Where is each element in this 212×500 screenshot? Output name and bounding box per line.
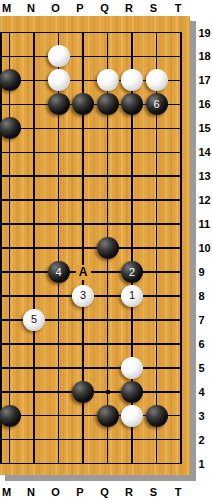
grid-line-horizontal-18 <box>0 56 182 58</box>
stone-white-R8[interactable]: 1 <box>121 285 143 307</box>
column-label-top-S: S <box>150 1 157 15</box>
stone-black-M15[interactable] <box>0 117 21 139</box>
stone-black-M3[interactable] <box>0 405 21 427</box>
row-label-10: 10 <box>199 241 211 255</box>
stone-white-N7[interactable]: 5 <box>23 309 45 331</box>
stone-black-O9[interactable]: 4 <box>48 261 70 283</box>
row-label-16: 16 <box>199 97 211 111</box>
stone-white-R5[interactable] <box>121 357 143 379</box>
column-label-bottom-R: R <box>125 485 133 499</box>
column-label-top-M: M <box>2 1 11 15</box>
grid-line-horizontal-9 <box>0 271 182 273</box>
grid-line-horizontal-19 <box>0 32 182 34</box>
row-label-19: 19 <box>199 26 211 40</box>
move-number-2: 2 <box>129 267 135 278</box>
grid-line-horizontal-13 <box>0 175 182 177</box>
column-label-bottom-Q: Q <box>100 485 109 499</box>
row-label-5: 5 <box>199 361 205 375</box>
stone-white-P8[interactable]: 3 <box>72 285 94 307</box>
row-label-13: 13 <box>199 169 211 183</box>
grid-line-horizontal-14 <box>0 152 182 154</box>
stone-white-Q17[interactable] <box>97 69 119 91</box>
move-number-4: 4 <box>55 267 61 278</box>
row-label-14: 14 <box>199 145 211 159</box>
stone-black-Q10[interactable] <box>97 237 119 259</box>
row-label-11: 11 <box>199 217 211 231</box>
column-label-top-N: N <box>27 1 35 15</box>
column-label-bottom-N: N <box>27 485 35 499</box>
column-label-top-P: P <box>76 1 83 15</box>
row-label-7: 7 <box>199 313 205 327</box>
grid-line-horizontal-6 <box>0 343 182 345</box>
move-number-3: 3 <box>80 290 86 301</box>
row-label-4: 4 <box>199 385 205 399</box>
move-number-5: 5 <box>31 314 37 325</box>
grid-line-horizontal-10 <box>0 247 182 249</box>
stone-black-P4[interactable] <box>72 381 94 403</box>
column-label-bottom-M: M <box>2 485 11 499</box>
star-point-Q4 <box>106 390 110 394</box>
grid-line-horizontal-5 <box>0 367 182 369</box>
stone-white-R3[interactable] <box>121 405 143 427</box>
row-label-15: 15 <box>199 121 211 135</box>
board-cut-edge-line <box>0 32 2 465</box>
row-label-2: 2 <box>199 433 205 447</box>
row-label-9: 9 <box>199 265 205 279</box>
grid-line-horizontal-1 <box>0 463 182 465</box>
go-diagram: MNOPQRSTMNOPQRST191817161514131211109876… <box>0 0 212 500</box>
stone-black-Q3[interactable] <box>97 405 119 427</box>
column-label-top-R: R <box>125 1 133 15</box>
move-number-1: 1 <box>129 290 135 301</box>
row-label-18: 18 <box>199 49 211 63</box>
row-label-1: 1 <box>199 457 205 471</box>
stone-black-S16[interactable]: 6 <box>146 93 168 115</box>
row-label-12: 12 <box>199 193 211 207</box>
stone-black-M17[interactable] <box>0 69 21 91</box>
stone-white-S17[interactable] <box>146 69 168 91</box>
row-label-8: 8 <box>199 289 205 303</box>
grid-line-horizontal-2 <box>0 439 182 441</box>
column-label-bottom-P: P <box>76 485 83 499</box>
column-label-bottom-O: O <box>51 485 60 499</box>
stone-white-O18[interactable] <box>48 45 70 67</box>
stone-black-Q16[interactable] <box>97 93 119 115</box>
point-label-A: A <box>76 265 91 280</box>
row-label-17: 17 <box>199 73 211 87</box>
column-label-bottom-S: S <box>150 485 157 499</box>
stone-black-S3[interactable] <box>146 405 168 427</box>
stone-black-R9[interactable]: 2 <box>121 261 143 283</box>
move-number-6: 6 <box>153 99 159 110</box>
column-label-top-O: O <box>51 1 60 15</box>
row-label-6: 6 <box>199 337 205 351</box>
column-label-top-T: T <box>175 1 182 15</box>
row-label-3: 3 <box>199 409 205 423</box>
column-label-top-Q: Q <box>100 1 109 15</box>
column-label-bottom-T: T <box>175 485 182 499</box>
grid-line-horizontal-11 <box>0 223 182 225</box>
stone-black-O16[interactable] <box>48 93 70 115</box>
grid-line-horizontal-12 <box>0 199 182 201</box>
stone-white-O17[interactable] <box>48 69 70 91</box>
stone-black-R4[interactable] <box>121 381 143 403</box>
grid-line-horizontal-15 <box>0 128 182 130</box>
